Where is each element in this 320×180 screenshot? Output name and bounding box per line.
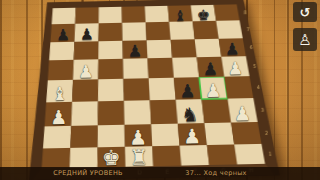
square-c3[interactable]: [97, 101, 124, 126]
square-b1[interactable]: [69, 147, 98, 168]
square-f5[interactable]: [172, 57, 199, 78]
square-f7[interactable]: [169, 21, 195, 40]
square-b6[interactable]: [73, 41, 98, 60]
piece-black-bishop-f8[interactable]: ♝: [173, 8, 186, 23]
square-h4[interactable]: [224, 76, 253, 99]
square-b4[interactable]: [72, 79, 99, 102]
square-a1[interactable]: [41, 148, 71, 169]
piece-white-rook-d1[interactable]: ♜: [129, 147, 148, 168]
undo-button[interactable]: ↺: [293, 2, 317, 22]
coord-label: 7: [246, 26, 249, 32]
piece-white-pawn-h3[interactable]: ♟: [234, 104, 252, 123]
board-perspective-svg: ABCDEFGH12345678: [0, 0, 320, 180]
piece-white-pawn-f2[interactable]: ♟: [183, 127, 201, 147]
square-b3[interactable]: [71, 101, 99, 126]
square-g1[interactable]: [207, 144, 237, 165]
square-g7[interactable]: [193, 21, 219, 40]
piece-black-pawn-g5[interactable]: ♟: [202, 61, 218, 79]
undo-icon: ↺: [300, 5, 311, 20]
square-e3[interactable]: [150, 100, 178, 125]
coord-label: 4: [257, 84, 260, 90]
chess-app-screen: ABCDEFGH12345678 ♝♚♟♟♟♟♟♟♟♝♟♟♟♞♟♟♟♚♜ ↺ ♙…: [0, 0, 320, 180]
square-e8[interactable]: [145, 6, 169, 22]
square-d4[interactable]: [123, 78, 149, 101]
piece-white-pawn-a3[interactable]: ♟: [50, 108, 68, 127]
piece-white-bishop-a4[interactable]: ♝: [51, 85, 68, 104]
status-bar: СРЕДНИЙ УРОВЕНЬ 37... Ход черных: [0, 167, 320, 180]
piece-black-pawn-a7[interactable]: ♟: [56, 28, 70, 44]
pawn-icon: ♙: [298, 31, 311, 49]
piece-style-button[interactable]: ♙: [293, 28, 317, 51]
square-g2[interactable]: [204, 122, 234, 145]
piece-white-pawn-h5[interactable]: ♟: [227, 60, 243, 78]
coord-label: 5: [253, 63, 256, 69]
square-d5[interactable]: [123, 58, 149, 79]
coord-label: 2: [265, 130, 268, 136]
square-g3[interactable]: [202, 99, 231, 124]
square-d3[interactable]: [124, 100, 151, 125]
piece-white-pawn-b5[interactable]: ♟: [78, 64, 94, 82]
square-c5[interactable]: [98, 59, 124, 80]
square-b8[interactable]: [75, 7, 99, 23]
piece-white-king-c1[interactable]: ♚: [102, 147, 121, 168]
square-e1[interactable]: [152, 146, 181, 167]
square-d8[interactable]: [122, 6, 146, 22]
square-c2[interactable]: [97, 125, 125, 148]
piece-black-king-g8[interactable]: ♚: [197, 8, 210, 23]
piece-black-knight-f3[interactable]: ♞: [181, 106, 199, 125]
square-c6[interactable]: [98, 41, 123, 60]
level-label: СРЕДНИЙ УРОВЕНЬ: [28, 169, 148, 177]
square-c4[interactable]: [98, 79, 124, 102]
piece-white-pawn-g4[interactable]: ♟: [205, 82, 222, 101]
square-d7[interactable]: [122, 22, 146, 41]
chess-board: ABCDEFGH12345678 ♝♚♟♟♟♟♟♟♟♝♟♟♟♞♟♟♟♚♜: [0, 0, 320, 180]
square-a6[interactable]: [49, 42, 75, 61]
move-status-label: 37... Ход черных: [158, 169, 274, 177]
square-c8[interactable]: [98, 7, 122, 23]
square-e5[interactable]: [148, 58, 174, 79]
square-h1[interactable]: [234, 144, 265, 165]
square-g6[interactable]: [195, 39, 222, 58]
square-b2[interactable]: [70, 125, 98, 148]
coord-label: 1: [269, 151, 272, 157]
square-e4[interactable]: [149, 78, 176, 101]
piece-black-pawn-h6[interactable]: ♟: [225, 41, 240, 58]
piece-black-pawn-d6[interactable]: ♟: [127, 44, 142, 61]
square-f6[interactable]: [171, 39, 197, 58]
square-a8[interactable]: [51, 8, 76, 25]
coord-label: 8: [243, 9, 246, 15]
coord-label: 3: [261, 107, 264, 113]
square-h8[interactable]: [214, 4, 240, 21]
coord-label: 6: [250, 44, 253, 50]
square-c7[interactable]: [98, 23, 122, 41]
square-e6[interactable]: [147, 40, 173, 59]
piece-black-pawn-b7[interactable]: ♟: [80, 27, 94, 43]
square-e2[interactable]: [151, 124, 179, 147]
piece-black-pawn-f4[interactable]: ♟: [179, 83, 196, 102]
square-e7[interactable]: [146, 22, 171, 41]
square-h7[interactable]: [216, 20, 243, 39]
square-a5[interactable]: [47, 60, 74, 81]
